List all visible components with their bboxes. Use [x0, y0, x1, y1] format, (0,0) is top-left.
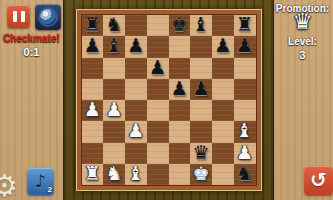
square-a7[interactable]: ♟ [82, 36, 104, 57]
black-pawn: ♟ [84, 36, 101, 55]
square-c1[interactable]: ♝ [125, 164, 147, 185]
square-d3[interactable] [147, 121, 169, 142]
square-a6[interactable] [82, 58, 104, 79]
square-h6[interactable] [234, 58, 256, 79]
white-knight: ♞ [106, 164, 123, 183]
square-d5[interactable] [147, 79, 169, 100]
square-c4[interactable] [125, 100, 147, 121]
square-h3[interactable]: ♝ [234, 121, 256, 142]
square-f3[interactable] [190, 121, 212, 142]
square-b1[interactable]: ♞ [103, 164, 125, 185]
black-rook: ♜ [84, 15, 101, 34]
square-e1[interactable] [169, 164, 191, 185]
status-label: Checkmate! [0, 33, 63, 44]
square-f1[interactable]: ♚ [190, 164, 212, 185]
black-pawn: ♟ [149, 58, 166, 77]
undo-icon: ↺ [310, 170, 327, 190]
square-b8[interactable]: ♞ [103, 15, 125, 36]
music-button[interactable]: ♪ 2 [27, 168, 54, 195]
square-e7[interactable] [169, 36, 191, 57]
square-c2[interactable] [125, 143, 147, 164]
board-frame: ♜♞♚♝♜♟♝♟♟♟♟♟♟♟♟♟♝♛♟♜♞♝♚♞ [63, 0, 274, 200]
square-e6[interactable] [169, 58, 191, 79]
square-a3[interactable] [82, 121, 104, 142]
square-f5[interactable]: ♟ [190, 79, 212, 100]
square-g6[interactable] [212, 58, 234, 79]
chess-app-screen: Checkmate! 0:1 ⚙ ♪ 2 ♜♞♚♝♜♟♝♟♟♟♟♟♟♟♟♟♝♛♟… [0, 0, 333, 200]
black-rook: ♜ [236, 15, 253, 34]
camera-button[interactable] [35, 4, 61, 30]
square-b3[interactable] [103, 121, 125, 142]
square-d1[interactable] [147, 164, 169, 185]
promotion-queen-icon[interactable]: ♛ [272, 10, 333, 34]
square-d6[interactable]: ♟ [147, 58, 169, 79]
square-f7[interactable] [190, 36, 212, 57]
square-a2[interactable] [82, 143, 104, 164]
score-label: 0:1 [0, 46, 63, 58]
square-h1[interactable]: ♞ [234, 164, 256, 185]
black-queen: ♛ [193, 143, 210, 162]
white-bishop: ♝ [236, 121, 253, 140]
music-badge: 2 [48, 185, 52, 194]
white-pawn: ♟ [84, 100, 101, 119]
chess-board: ♜♞♚♝♜♟♝♟♟♟♟♟♟♟♟♟♝♛♟♜♞♝♚♞ [81, 14, 257, 186]
square-d7[interactable] [147, 36, 169, 57]
square-d8[interactable] [147, 15, 169, 36]
square-g2[interactable] [212, 143, 234, 164]
square-h4[interactable] [234, 100, 256, 121]
square-f6[interactable] [190, 58, 212, 79]
black-knight: ♞ [236, 164, 253, 183]
black-knight: ♞ [106, 15, 123, 34]
pause-button[interactable] [7, 5, 30, 28]
square-c5[interactable] [125, 79, 147, 100]
black-pawn: ♟ [193, 79, 210, 98]
board-border: ♜♞♚♝♜♟♝♟♟♟♟♟♟♟♟♟♝♛♟♜♞♝♚♞ [76, 9, 262, 191]
gear-icon[interactable]: ⚙ [0, 168, 18, 200]
square-g3[interactable] [212, 121, 234, 142]
square-a1[interactable]: ♜ [82, 164, 104, 185]
square-e2[interactable] [169, 143, 191, 164]
square-b6[interactable] [103, 58, 125, 79]
level-value: 3 [272, 49, 333, 61]
square-b5[interactable] [103, 79, 125, 100]
undo-button[interactable]: ↺ [304, 166, 333, 195]
square-c7[interactable]: ♟ [125, 36, 147, 57]
square-d2[interactable] [147, 143, 169, 164]
black-pawn: ♟ [214, 36, 231, 55]
square-f2[interactable]: ♛ [190, 143, 212, 164]
square-h8[interactable]: ♜ [234, 15, 256, 36]
square-g8[interactable] [212, 15, 234, 36]
square-a4[interactable]: ♟ [82, 100, 104, 121]
square-b7[interactable]: ♝ [103, 36, 125, 57]
pause-icon [13, 11, 25, 22]
square-g5[interactable] [212, 79, 234, 100]
square-a8[interactable]: ♜ [82, 15, 104, 36]
square-g4[interactable] [212, 100, 234, 121]
white-pawn: ♟ [106, 100, 123, 119]
level-label: Level: [272, 36, 333, 47]
square-a5[interactable] [82, 79, 104, 100]
white-rook: ♜ [84, 164, 101, 183]
square-c6[interactable] [125, 58, 147, 79]
black-bishop: ♝ [106, 36, 123, 55]
camera-icon [40, 9, 56, 25]
black-pawn: ♟ [127, 36, 144, 55]
square-c8[interactable] [125, 15, 147, 36]
square-h7[interactable]: ♟ [234, 36, 256, 57]
left-panel: Checkmate! 0:1 ⚙ ♪ 2 [0, 0, 63, 200]
square-g1[interactable] [212, 164, 234, 185]
music-note-icon: ♪ [35, 173, 46, 190]
square-b2[interactable] [103, 143, 125, 164]
square-d4[interactable] [147, 100, 169, 121]
black-pawn: ♟ [236, 36, 253, 55]
square-f8[interactable]: ♝ [190, 15, 212, 36]
square-e3[interactable] [169, 121, 191, 142]
white-bishop: ♝ [127, 164, 144, 183]
black-pawn: ♟ [171, 79, 188, 98]
square-c3[interactable]: ♟ [125, 121, 147, 142]
white-pawn: ♟ [127, 121, 144, 140]
square-g7[interactable]: ♟ [212, 36, 234, 57]
right-panel: Promotion: ♛ Level: 3 ↺ [272, 0, 333, 200]
black-bishop: ♝ [193, 15, 210, 34]
black-king: ♚ [171, 15, 188, 34]
square-b4[interactable]: ♟ [103, 100, 125, 121]
square-h5[interactable] [234, 79, 256, 100]
square-e8[interactable]: ♚ [169, 15, 191, 36]
square-f4[interactable] [190, 100, 212, 121]
square-h2[interactable]: ♟ [234, 143, 256, 164]
white-king: ♚ [193, 164, 210, 183]
square-e4[interactable] [169, 100, 191, 121]
white-pawn: ♟ [236, 143, 253, 162]
square-e5[interactable]: ♟ [169, 79, 191, 100]
